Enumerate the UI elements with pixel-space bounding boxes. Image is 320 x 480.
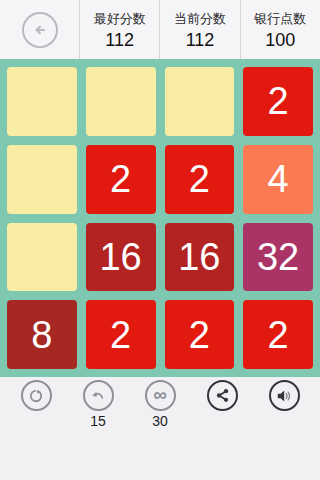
empty-cell-r2c0 [7, 223, 77, 292]
best-score-value: 112 [105, 29, 134, 51]
current-score-label: 当前分数 [174, 11, 226, 27]
top-bar: 最好分数 112 当前分数 112 银行点数 100 [0, 0, 320, 59]
undo-count: 15 [90, 413, 106, 429]
current-score-value: 112 [186, 29, 215, 51]
bank-points-label: 银行点数 [254, 11, 306, 27]
tile-2-r3c3: 2 [243, 300, 313, 369]
arrow-left-icon [22, 12, 58, 48]
back-button[interactable] [0, 0, 79, 59]
infinity-icon: ∞ [145, 380, 176, 411]
restart-button[interactable] [15, 380, 57, 429]
empty-cell-r1c0 [7, 145, 77, 214]
speaker-icon [269, 380, 300, 411]
tile-2-r1c2: 2 [165, 145, 235, 214]
endless-count: 30 [152, 413, 168, 429]
tile-2-r1c1: 2 [86, 145, 156, 214]
sound-button[interactable] [263, 380, 305, 429]
bottom-toolbar: 15 ∞ 30 [0, 377, 320, 429]
undo-button[interactable]: 15 [77, 380, 119, 429]
tile-32-r2c3: 32 [243, 223, 313, 292]
tile-16-r2c2: 16 [165, 223, 235, 292]
empty-cell-r0c2 [165, 67, 235, 136]
best-score-box: 最好分数 112 [79, 0, 159, 59]
tile-8-r3c0: 8 [7, 300, 77, 369]
current-score-box: 当前分数 112 [159, 0, 239, 59]
tile-2-r3c2: 2 [165, 300, 235, 369]
undo-icon [83, 380, 114, 411]
bank-points-box: 银行点数 100 [240, 0, 320, 59]
tile-16-r2c1: 16 [86, 223, 156, 292]
share-button[interactable] [201, 380, 243, 429]
bank-points-value: 100 [265, 29, 295, 51]
empty-cell-r0c1 [86, 67, 156, 136]
game-board[interactable]: 22241616328222 [0, 59, 320, 377]
tile-2-r0c3: 2 [243, 67, 313, 136]
best-score-label: 最好分数 [94, 11, 146, 27]
tile-4-r1c3: 4 [243, 145, 313, 214]
endless-mode-button[interactable]: ∞ 30 [139, 380, 181, 429]
app-screen: 最好分数 112 当前分数 112 银行点数 100 2224161632822… [0, 0, 320, 480]
tile-2-r3c1: 2 [86, 300, 156, 369]
share-icon [207, 380, 238, 411]
empty-cell-r0c0 [7, 67, 77, 136]
restart-icon [21, 380, 52, 411]
